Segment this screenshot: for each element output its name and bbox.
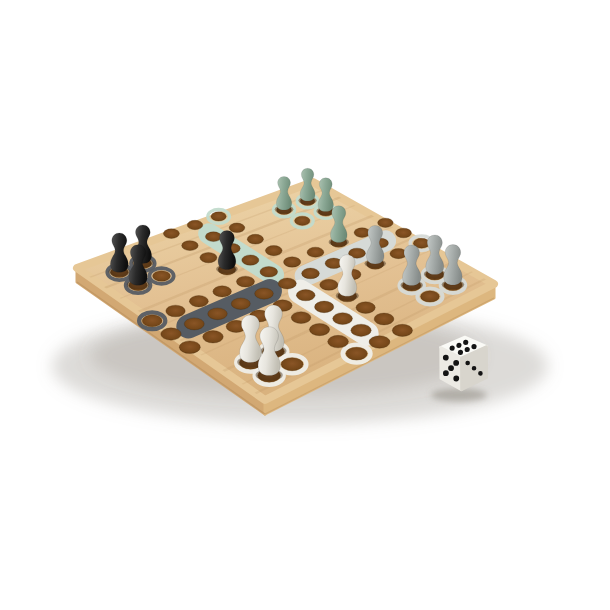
board-hole (142, 315, 162, 327)
board-hole (378, 218, 394, 227)
board-hole (296, 290, 315, 301)
board-hole (307, 247, 324, 257)
board-hole (182, 241, 199, 251)
board-hole (421, 291, 440, 302)
board-hole (200, 252, 217, 262)
board-hole (242, 255, 259, 265)
board-hole (356, 302, 375, 314)
board-hole (247, 234, 263, 244)
board-hole (229, 223, 245, 232)
board-hole (208, 308, 228, 320)
board-hole (213, 286, 232, 297)
board-hole (346, 347, 367, 360)
board-hole (374, 313, 394, 325)
board-hole (260, 266, 278, 277)
board-hole (236, 276, 254, 287)
board-hole (211, 212, 226, 221)
board-hole (333, 313, 353, 325)
board-hole (320, 279, 338, 290)
board-hole (309, 324, 329, 336)
board-hole (189, 295, 208, 306)
board-hole (369, 336, 390, 349)
board-hole (184, 318, 204, 330)
board-hole (351, 324, 371, 336)
board-hole (166, 305, 185, 317)
board-hole (302, 268, 320, 279)
board-hole (187, 220, 203, 229)
board-hole (291, 312, 311, 324)
board-hole (295, 216, 310, 225)
board-hole (161, 328, 181, 340)
die-shadow (431, 389, 487, 402)
board-hole (163, 229, 179, 239)
board-hole (265, 246, 282, 256)
board-hole (179, 341, 200, 354)
board-hole (315, 301, 334, 313)
board-hole (278, 278, 296, 289)
board-hole (328, 335, 349, 347)
board-svg (0, 0, 610, 610)
board-hole (205, 232, 221, 242)
board-hole (203, 331, 224, 343)
board-hole (231, 298, 250, 309)
board-hole (153, 271, 171, 282)
board-hole (392, 324, 412, 336)
board-hole (255, 288, 274, 299)
ludo-product-photo (0, 0, 610, 610)
board-hole (281, 358, 303, 371)
board-hole (396, 228, 412, 238)
board-hole (283, 257, 300, 267)
